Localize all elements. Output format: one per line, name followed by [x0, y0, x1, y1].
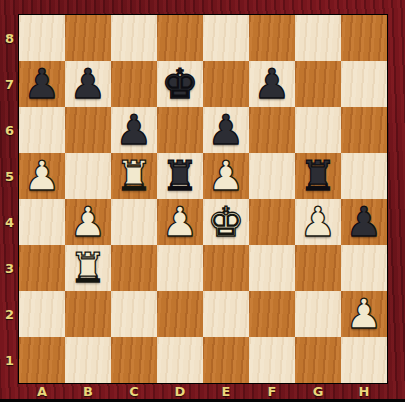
piece-white-rook[interactable]: ♜ — [116, 153, 153, 199]
rank-label-6: 6 — [0, 107, 19, 153]
piece-black-pawn[interactable]: ♟ — [116, 107, 153, 153]
file-label-f: F — [249, 383, 295, 399]
square-a1[interactable] — [19, 337, 65, 383]
square-g8[interactable] — [295, 15, 341, 61]
file-label-e: E — [203, 383, 249, 399]
file-label-b: B — [65, 383, 111, 399]
square-e7[interactable] — [203, 61, 249, 107]
square-d3[interactable] — [157, 245, 203, 291]
square-e3[interactable] — [203, 245, 249, 291]
piece-white-pawn[interactable]: ♟ — [24, 153, 61, 199]
square-g1[interactable] — [295, 337, 341, 383]
square-e1[interactable] — [203, 337, 249, 383]
file-label-c: C — [111, 383, 157, 399]
square-c7[interactable] — [111, 61, 157, 107]
square-f3[interactable] — [249, 245, 295, 291]
square-a7[interactable]: ♟ — [19, 61, 65, 107]
square-h3[interactable] — [341, 245, 387, 291]
piece-white-pawn[interactable]: ♟ — [208, 153, 245, 199]
square-h1[interactable] — [341, 337, 387, 383]
square-f6[interactable] — [249, 107, 295, 153]
square-h2[interactable]: ♟ — [341, 291, 387, 337]
square-g6[interactable] — [295, 107, 341, 153]
square-a3[interactable] — [19, 245, 65, 291]
square-d7[interactable]: ♚ — [157, 61, 203, 107]
chess-board-frame: 87654321 ♟♟♚♟♟♟♟♜♜♟♜♟♟♚♟♟♜♟ ABCDEFGH — [0, 0, 405, 402]
square-a2[interactable] — [19, 291, 65, 337]
piece-black-pawn[interactable]: ♟ — [208, 107, 245, 153]
file-labels: ABCDEFGH — [19, 383, 387, 399]
square-f7[interactable]: ♟ — [249, 61, 295, 107]
square-b8[interactable] — [65, 15, 111, 61]
square-e4[interactable]: ♚ — [203, 199, 249, 245]
piece-white-pawn[interactable]: ♟ — [162, 199, 199, 245]
square-h7[interactable] — [341, 61, 387, 107]
piece-white-pawn[interactable]: ♟ — [70, 199, 107, 245]
rank-label-8: 8 — [0, 15, 19, 61]
square-b2[interactable] — [65, 291, 111, 337]
piece-black-king[interactable]: ♚ — [162, 61, 199, 107]
rank-label-5: 5 — [0, 153, 19, 199]
square-f4[interactable] — [249, 199, 295, 245]
square-c2[interactable] — [111, 291, 157, 337]
square-c1[interactable] — [111, 337, 157, 383]
chess-board[interactable]: ♟♟♚♟♟♟♟♜♜♟♜♟♟♚♟♟♜♟ — [19, 15, 387, 383]
rank-label-7: 7 — [0, 61, 19, 107]
piece-white-pawn[interactable]: ♟ — [300, 199, 337, 245]
square-h8[interactable] — [341, 15, 387, 61]
square-d1[interactable] — [157, 337, 203, 383]
square-d5[interactable]: ♜ — [157, 153, 203, 199]
square-e8[interactable] — [203, 15, 249, 61]
rank-label-1: 1 — [0, 337, 19, 383]
square-f8[interactable] — [249, 15, 295, 61]
piece-white-pawn[interactable]: ♟ — [346, 291, 383, 337]
file-label-g: G — [295, 383, 341, 399]
file-label-d: D — [157, 383, 203, 399]
square-e6[interactable]: ♟ — [203, 107, 249, 153]
square-d4[interactable]: ♟ — [157, 199, 203, 245]
rank-label-3: 3 — [0, 245, 19, 291]
square-a8[interactable] — [19, 15, 65, 61]
square-a5[interactable]: ♟ — [19, 153, 65, 199]
square-c6[interactable]: ♟ — [111, 107, 157, 153]
square-d6[interactable] — [157, 107, 203, 153]
piece-black-rook[interactable]: ♜ — [162, 153, 199, 199]
square-e2[interactable] — [203, 291, 249, 337]
square-e5[interactable]: ♟ — [203, 153, 249, 199]
square-b1[interactable] — [65, 337, 111, 383]
square-c3[interactable] — [111, 245, 157, 291]
square-b7[interactable]: ♟ — [65, 61, 111, 107]
piece-black-pawn[interactable]: ♟ — [346, 199, 383, 245]
piece-black-pawn[interactable]: ♟ — [24, 61, 61, 107]
square-f5[interactable] — [249, 153, 295, 199]
square-h5[interactable] — [341, 153, 387, 199]
square-b6[interactable] — [65, 107, 111, 153]
rank-label-2: 2 — [0, 291, 19, 337]
square-g2[interactable] — [295, 291, 341, 337]
square-a6[interactable] — [19, 107, 65, 153]
square-g3[interactable] — [295, 245, 341, 291]
square-g5[interactable]: ♜ — [295, 153, 341, 199]
square-b5[interactable] — [65, 153, 111, 199]
rank-labels: 87654321 — [0, 15, 19, 383]
square-a4[interactable] — [19, 199, 65, 245]
piece-black-pawn[interactable]: ♟ — [70, 61, 107, 107]
square-c4[interactable] — [111, 199, 157, 245]
file-label-h: H — [341, 383, 387, 399]
rank-label-4: 4 — [0, 199, 19, 245]
square-f1[interactable] — [249, 337, 295, 383]
square-c5[interactable]: ♜ — [111, 153, 157, 199]
piece-white-rook[interactable]: ♜ — [70, 245, 107, 291]
piece-black-pawn[interactable]: ♟ — [254, 61, 291, 107]
square-h6[interactable] — [341, 107, 387, 153]
square-g4[interactable]: ♟ — [295, 199, 341, 245]
file-label-a: A — [19, 383, 65, 399]
square-h4[interactable]: ♟ — [341, 199, 387, 245]
square-b4[interactable]: ♟ — [65, 199, 111, 245]
square-c8[interactable] — [111, 15, 157, 61]
square-b3[interactable]: ♜ — [65, 245, 111, 291]
square-g7[interactable] — [295, 61, 341, 107]
piece-white-king[interactable]: ♚ — [208, 199, 245, 245]
piece-black-rook[interactable]: ♜ — [300, 153, 337, 199]
square-f2[interactable] — [249, 291, 295, 337]
square-d2[interactable] — [157, 291, 203, 337]
square-d8[interactable] — [157, 15, 203, 61]
